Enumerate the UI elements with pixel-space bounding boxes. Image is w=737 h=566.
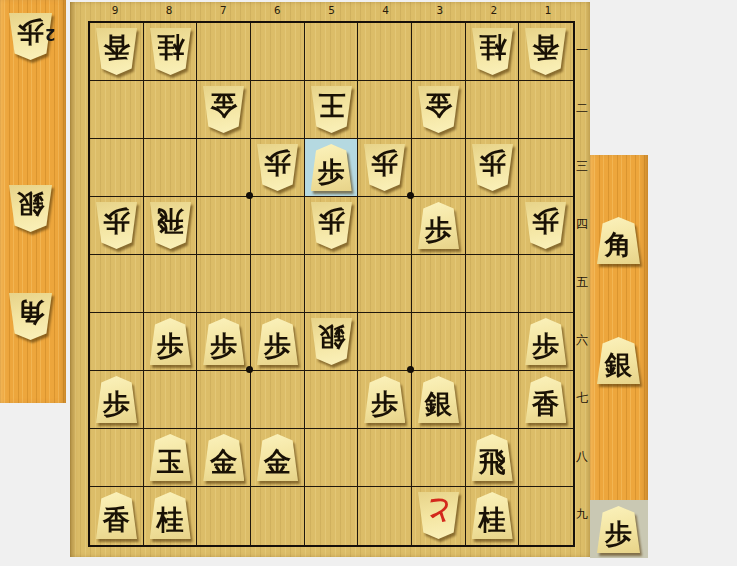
koma-glyph: 歩: [150, 318, 191, 365]
file-label: 1: [521, 3, 575, 19]
square-7-6[interactable]: 歩: [197, 313, 251, 371]
square-3-6[interactable]: [412, 313, 466, 371]
square-8-4[interactable]: 飛: [144, 197, 198, 255]
koma-glyph: 歩: [472, 144, 513, 191]
piece-gote-lance[interactable]: 香: [525, 28, 566, 75]
piece-sente-pawn[interactable]: 歩: [364, 376, 405, 423]
rank-label: 七: [574, 369, 590, 427]
square-5-3[interactable]: 歩: [305, 139, 359, 197]
piece-gote-bishop[interactable]: 角: [9, 293, 52, 340]
square-9-3[interactable]: [90, 139, 144, 197]
square-9-9[interactable]: 香: [90, 487, 144, 545]
piece-sente-pawn[interactable]: 歩: [96, 376, 137, 423]
square-5-9[interactable]: [305, 487, 359, 545]
rank-label: 五: [574, 253, 590, 311]
square-1-2[interactable]: [519, 81, 573, 139]
square-3-8[interactable]: [412, 429, 466, 487]
piece-sente-pawn[interactable]: 歩: [203, 318, 244, 365]
koma-glyph: 角: [9, 293, 52, 340]
koma-glyph: 飛: [472, 434, 513, 481]
square-2-1[interactable]: 桂: [466, 23, 520, 81]
square-3-2[interactable]: 金: [412, 81, 466, 139]
square-7-3[interactable]: [197, 139, 251, 197]
koma-glyph: 歩: [203, 318, 244, 365]
piece-sente-pawn[interactable]: 歩: [418, 202, 459, 249]
square-6-4[interactable]: [251, 197, 305, 255]
koma-glyph: 金: [257, 434, 298, 481]
piece-sente-silver[interactable]: 銀: [418, 376, 459, 423]
square-5-5[interactable]: [305, 255, 359, 313]
koma-glyph: 王: [311, 86, 352, 133]
piece-sente-king[interactable]: 玉: [150, 434, 191, 481]
koma-glyph: 桂: [150, 492, 191, 539]
square-2-3[interactable]: 歩: [466, 139, 520, 197]
koma-glyph: 歩: [311, 144, 352, 191]
piece-gote-silver[interactable]: 銀: [9, 185, 52, 232]
square-1-1[interactable]: 香: [519, 23, 573, 81]
piece-sente-knight[interactable]: 桂: [150, 492, 191, 539]
square-1-7[interactable]: 香: [519, 371, 573, 429]
square-3-5[interactable]: [412, 255, 466, 313]
square-2-7[interactable]: [466, 371, 520, 429]
koma-glyph: 銀: [311, 318, 352, 365]
square-3-3[interactable]: [412, 139, 466, 197]
file-label: 9: [88, 3, 142, 19]
koma-glyph: 歩: [257, 318, 298, 365]
piece-sente-pawn[interactable]: 歩: [525, 318, 566, 365]
square-2-8[interactable]: 飛: [466, 429, 520, 487]
square-8-5[interactable]: [144, 255, 198, 313]
square-2-9[interactable]: 桂: [466, 487, 520, 545]
square-9-2[interactable]: [90, 81, 144, 139]
square-6-9[interactable]: [251, 487, 305, 545]
sente-hand-tray: 角銀歩: [590, 155, 648, 558]
piece-gote-rook[interactable]: 飛: [150, 202, 191, 249]
rank-label: 二: [574, 79, 590, 137]
piece-gote-promoted-pawn[interactable]: と: [418, 492, 459, 539]
square-6-5[interactable]: [251, 255, 305, 313]
piece-gote-gold[interactable]: 金: [203, 86, 244, 133]
square-5-6[interactable]: 銀: [305, 313, 359, 371]
koma-glyph: 歩: [364, 376, 405, 423]
koma-glyph: 香: [525, 376, 566, 423]
file-labels: 987654321: [88, 3, 575, 19]
piece-sente-silver[interactable]: 銀: [597, 337, 640, 384]
square-1-5[interactable]: [519, 255, 573, 313]
square-6-6[interactable]: 歩: [251, 313, 305, 371]
square-8-6[interactable]: 歩: [144, 313, 198, 371]
rank-label: 一: [574, 21, 590, 79]
koma-glyph: 金: [418, 86, 459, 133]
koma-glyph: 角: [597, 217, 640, 264]
hand-piece-count: 2: [45, 25, 55, 43]
piece-gote-pawn[interactable]: 歩: [96, 202, 137, 249]
shogi-app: 歩2銀角 987654321 一二三四五六七八九 香桂桂香金王金歩歩歩歩歩飛歩歩…: [0, 0, 737, 566]
file-label: 4: [359, 3, 413, 19]
piece-sente-lance[interactable]: 香: [96, 492, 137, 539]
square-9-1[interactable]: 香: [90, 23, 144, 81]
file-label: 3: [413, 3, 467, 19]
square-4-7[interactable]: 歩: [358, 371, 412, 429]
piece-gote-lance[interactable]: 香: [96, 28, 137, 75]
square-4-2[interactable]: [358, 81, 412, 139]
koma-glyph: 歩: [96, 376, 137, 423]
square-3-1[interactable]: [412, 23, 466, 81]
koma-glyph: 金: [203, 434, 244, 481]
square-8-9[interactable]: 桂: [144, 487, 198, 545]
square-3-9[interactable]: と: [412, 487, 466, 545]
square-6-8[interactable]: 金: [251, 429, 305, 487]
square-4-5[interactable]: [358, 255, 412, 313]
square-6-1[interactable]: [251, 23, 305, 81]
square-4-6[interactable]: [358, 313, 412, 371]
square-7-7[interactable]: [197, 371, 251, 429]
koma-glyph: と: [418, 492, 459, 539]
koma-glyph: 歩: [257, 144, 298, 191]
square-4-4[interactable]: [358, 197, 412, 255]
square-7-8[interactable]: 金: [197, 429, 251, 487]
star-point: [246, 366, 253, 373]
koma-glyph: 桂: [150, 28, 191, 75]
koma-glyph: 金: [203, 86, 244, 133]
square-1-8[interactable]: [519, 429, 573, 487]
square-7-4[interactable]: [197, 197, 251, 255]
square-2-4[interactable]: [466, 197, 520, 255]
koma-glyph: 飛: [150, 202, 191, 249]
square-2-5[interactable]: [466, 255, 520, 313]
rank-label: 九: [574, 485, 590, 543]
star-point: [407, 192, 414, 199]
square-2-6[interactable]: [466, 313, 520, 371]
file-label: 6: [250, 3, 304, 19]
piece-gote-knight[interactable]: 桂: [472, 28, 513, 75]
piece-gote-pawn[interactable]: 歩: [472, 144, 513, 191]
piece-gote-pawn[interactable]: 歩: [364, 144, 405, 191]
piece-gote-silver[interactable]: 銀: [311, 318, 352, 365]
piece-gote-pawn[interactable]: 歩: [257, 144, 298, 191]
square-7-2[interactable]: 金: [197, 81, 251, 139]
piece-sente-knight[interactable]: 桂: [472, 492, 513, 539]
koma-glyph: 桂: [472, 28, 513, 75]
square-1-3[interactable]: [519, 139, 573, 197]
file-label: 5: [304, 3, 358, 19]
square-4-3[interactable]: 歩: [358, 139, 412, 197]
square-5-4[interactable]: 歩: [305, 197, 359, 255]
piece-gote-king[interactable]: 王: [311, 86, 352, 133]
piece-sente-pawn[interactable]: 歩: [257, 318, 298, 365]
koma-glyph: 歩: [96, 202, 137, 249]
square-7-5[interactable]: [197, 255, 251, 313]
koma-glyph: 歩: [311, 202, 352, 249]
square-2-2[interactable]: [466, 81, 520, 139]
koma-glyph: 桂: [472, 492, 513, 539]
square-7-1[interactable]: [197, 23, 251, 81]
piece-gote-pawn[interactable]: 歩: [525, 202, 566, 249]
koma-glyph: 銀: [9, 185, 52, 232]
koma-glyph: 香: [96, 492, 137, 539]
square-4-8[interactable]: [358, 429, 412, 487]
square-9-6[interactable]: [90, 313, 144, 371]
file-label: 7: [196, 3, 250, 19]
square-1-6[interactable]: 歩: [519, 313, 573, 371]
piece-sente-gold[interactable]: 金: [203, 434, 244, 481]
square-5-8[interactable]: [305, 429, 359, 487]
piece-gote-gold[interactable]: 金: [418, 86, 459, 133]
square-4-1[interactable]: [358, 23, 412, 81]
square-6-3[interactable]: 歩: [251, 139, 305, 197]
square-7-9[interactable]: [197, 487, 251, 545]
piece-sente-bishop[interactable]: 角: [597, 217, 640, 264]
square-8-2[interactable]: [144, 81, 198, 139]
piece-sente-lance[interactable]: 香: [525, 376, 566, 423]
koma-glyph: 銀: [418, 376, 459, 423]
square-8-8[interactable]: 玉: [144, 429, 198, 487]
square-6-7[interactable]: [251, 371, 305, 429]
rank-label: 四: [574, 195, 590, 253]
file-label: 8: [142, 3, 196, 19]
piece-sente-gold[interactable]: 金: [257, 434, 298, 481]
koma-glyph: 歩: [525, 318, 566, 365]
square-9-7[interactable]: 歩: [90, 371, 144, 429]
square-9-8[interactable]: [90, 429, 144, 487]
square-8-3[interactable]: [144, 139, 198, 197]
piece-sente-rook[interactable]: 飛: [472, 434, 513, 481]
file-label: 2: [467, 3, 521, 19]
koma-glyph: 歩: [525, 202, 566, 249]
koma-glyph: 歩: [597, 506, 640, 553]
square-3-7[interactable]: 銀: [412, 371, 466, 429]
shogi-board: 987654321 一二三四五六七八九 香桂桂香金王金歩歩歩歩歩飛歩歩歩歩歩歩銀…: [70, 2, 590, 557]
square-8-1[interactable]: 桂: [144, 23, 198, 81]
square-5-2[interactable]: 王: [305, 81, 359, 139]
piece-gote-pawn[interactable]: 歩: [311, 202, 352, 249]
star-point: [407, 366, 414, 373]
square-9-4[interactable]: 歩: [90, 197, 144, 255]
square-1-9[interactable]: [519, 487, 573, 545]
koma-glyph: 歩: [418, 202, 459, 249]
square-8-7[interactable]: [144, 371, 198, 429]
piece-gote-knight[interactable]: 桂: [150, 28, 191, 75]
gote-hand-tray: 歩2銀角: [0, 0, 66, 403]
square-5-1[interactable]: [305, 23, 359, 81]
square-3-4[interactable]: 歩: [412, 197, 466, 255]
koma-glyph: 玉: [150, 434, 191, 481]
star-point: [246, 192, 253, 199]
square-6-2[interactable]: [251, 81, 305, 139]
square-9-5[interactable]: [90, 255, 144, 313]
square-5-7[interactable]: [305, 371, 359, 429]
koma-glyph: 歩: [364, 144, 405, 191]
square-1-4[interactable]: 歩: [519, 197, 573, 255]
koma-glyph: 香: [525, 28, 566, 75]
rank-label: 六: [574, 311, 590, 369]
square-4-9[interactable]: [358, 487, 412, 545]
rank-label: 八: [574, 427, 590, 485]
piece-sente-pawn[interactable]: 歩: [597, 506, 640, 553]
rank-label: 三: [574, 137, 590, 195]
koma-glyph: 銀: [597, 337, 640, 384]
koma-glyph: 香: [96, 28, 137, 75]
board-grid: 香桂桂香金王金歩歩歩歩歩飛歩歩歩歩歩歩銀歩歩歩銀香玉金金飛香桂と桂: [88, 21, 575, 547]
rank-labels: 一二三四五六七八九: [574, 21, 590, 543]
piece-sente-pawn[interactable]: 歩: [311, 144, 352, 191]
piece-sente-pawn[interactable]: 歩: [150, 318, 191, 365]
